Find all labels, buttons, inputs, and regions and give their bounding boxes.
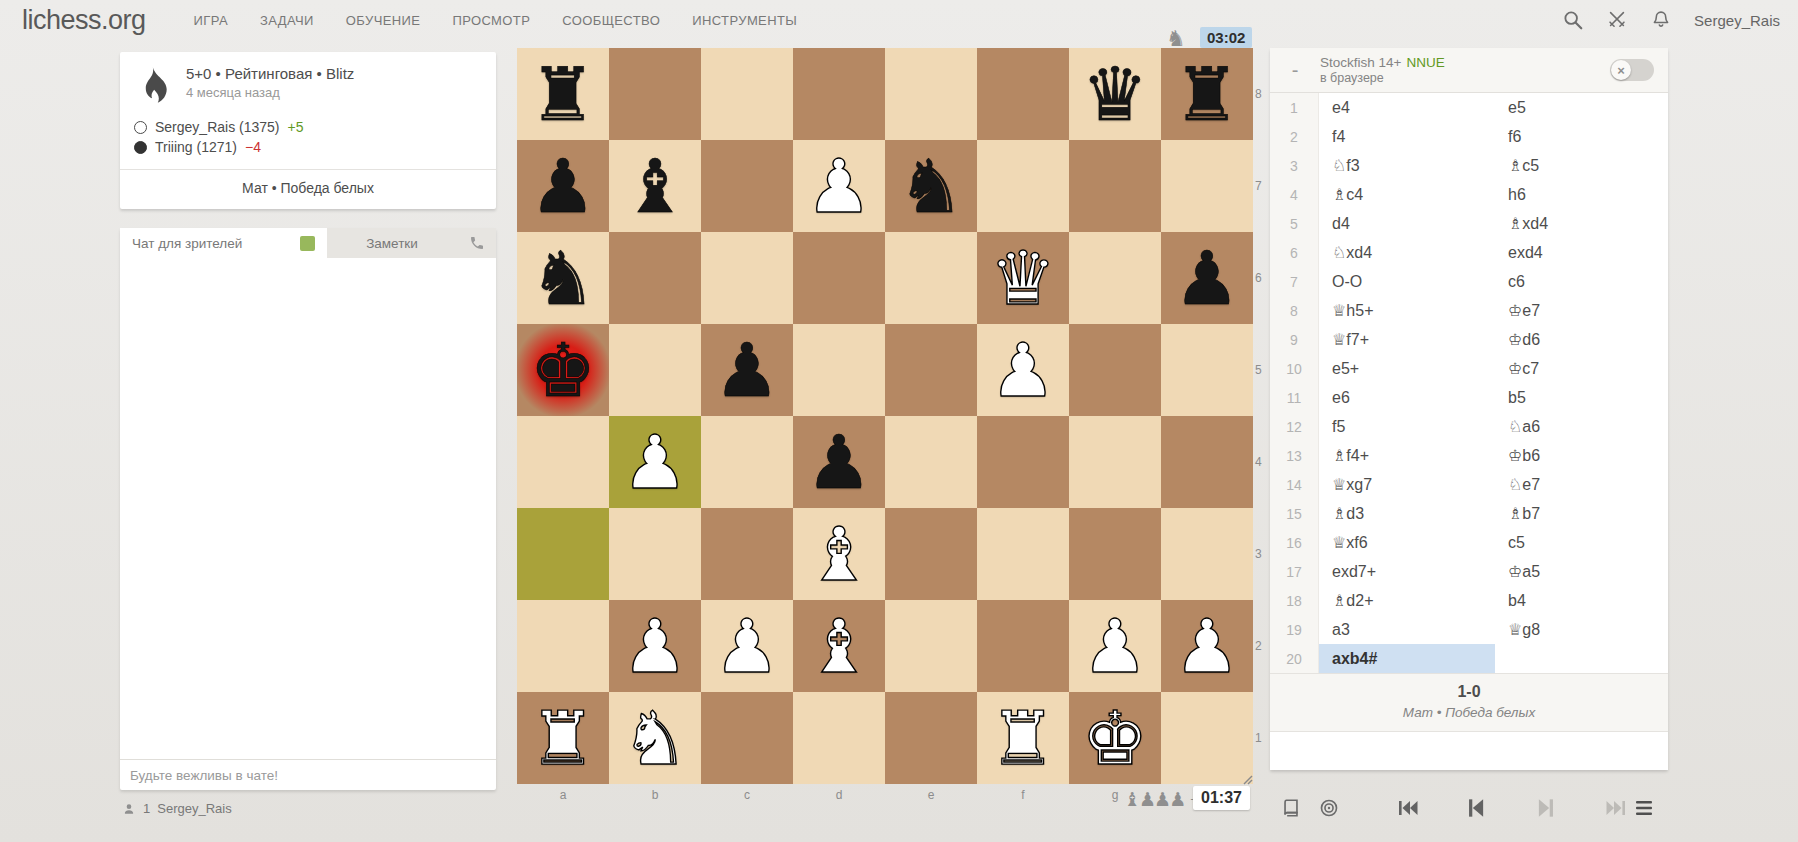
move-white-11[interactable]: e6 [1319, 383, 1495, 412]
move-number: 13 [1270, 441, 1319, 470]
square-f5[interactable]: ♟ [977, 324, 1069, 416]
square-b8[interactable] [609, 48, 701, 140]
previous-move-button[interactable] [1462, 795, 1488, 821]
black-pawn[interactable]: ♟ [701, 324, 793, 416]
move-black-9[interactable]: ♔d6 [1495, 325, 1668, 354]
file-label-d: d [793, 788, 885, 802]
white-pawn[interactable]: ♟ [1161, 600, 1253, 692]
tab-spectator-chat-label: Чат для зрителей [132, 236, 242, 251]
next-move-button[interactable] [1534, 795, 1560, 821]
move-row-3: 3♘f3♗c5 [1270, 151, 1668, 180]
white-rook[interactable]: ♜ [517, 692, 609, 784]
result-reason: Мат • Победа белых [1270, 705, 1668, 720]
move-white-3[interactable]: ♘f3 [1319, 151, 1495, 180]
menu-community[interactable]: СООБЩЕСТВО [562, 13, 660, 28]
white-player-name[interactable]: Sergey_Rais (1375) [155, 119, 280, 135]
captured-piece: ♝ [1124, 788, 1139, 810]
white-queen[interactable]: ♛ [977, 232, 1069, 324]
move-black-4[interactable]: h6 [1495, 180, 1668, 209]
square-e7[interactable]: ♞ [885, 140, 977, 232]
first-move-button[interactable] [1396, 796, 1420, 820]
move-white-9[interactable]: ♕f7+ [1319, 325, 1495, 354]
square-f6[interactable]: ♛ [977, 232, 1069, 324]
engine-toggle[interactable]: × [1610, 59, 1654, 81]
square-h8[interactable]: ♜ [1161, 48, 1253, 140]
white-bishop[interactable]: ♝ [793, 600, 885, 692]
move-white-6[interactable]: ♘xd4 [1319, 238, 1495, 267]
move-row-13: 13♗f4+♔b6 [1270, 441, 1668, 470]
square-b1[interactable]: ♞ [609, 692, 701, 784]
rank-label-7: 7 [1255, 140, 1262, 232]
move-row-12: 12f5♘a6 [1270, 412, 1668, 441]
square-e5[interactable] [885, 324, 977, 416]
black-king[interactable]: ♚ [517, 324, 609, 416]
black-pawn[interactable]: ♟ [1161, 232, 1253, 324]
square-c8[interactable] [701, 48, 793, 140]
captured-by-black: ♞ [1166, 26, 1186, 51]
square-d5[interactable] [793, 324, 885, 416]
square-c3[interactable] [701, 508, 793, 600]
square-h2[interactable]: ♟ [1161, 600, 1253, 692]
square-d8[interactable] [793, 48, 885, 140]
white-pawn[interactable]: ♟ [701, 600, 793, 692]
square-g1[interactable]: ♚ [1069, 692, 1161, 784]
black-color-icon [134, 141, 147, 154]
move-white-17[interactable]: exd7+ [1319, 557, 1495, 586]
chat-toggle-icon[interactable] [300, 236, 315, 251]
file-label-e: e [885, 788, 977, 802]
game-date[interactable]: 4 месяца назад [186, 85, 354, 100]
person-icon [122, 802, 136, 816]
square-d3[interactable]: ♝ [793, 508, 885, 600]
game-time-control: 5+0 • Рейтинговая • Blitz [186, 65, 354, 82]
engine-subtitle: в браузере [1320, 71, 1445, 85]
board-resize-handle[interactable] [1238, 770, 1253, 785]
move-black-12[interactable]: ♘a6 [1495, 412, 1668, 441]
move-row-11: 11e6b5 [1270, 383, 1668, 412]
black-queen[interactable]: ♛ [1069, 48, 1161, 140]
move-white-12[interactable]: f5 [1319, 412, 1495, 441]
move-white-15[interactable]: ♗d3 [1319, 499, 1495, 528]
opening-book-icon[interactable] [1280, 797, 1302, 819]
username-menu[interactable]: Sergey_Rais [1694, 12, 1780, 29]
rank-label-5: 5 [1255, 324, 1262, 416]
square-c2[interactable]: ♟ [701, 600, 793, 692]
file-label-c: c [701, 788, 793, 802]
black-player-row: Triiing (1271) −4 [134, 139, 480, 155]
captured-piece: ♟ [1154, 788, 1169, 810]
white-pawn[interactable]: ♟ [977, 324, 1069, 416]
square-a1[interactable]: ♜ [517, 692, 609, 784]
rank-label-4: 4 [1255, 416, 1262, 508]
square-d4[interactable]: ♟ [793, 416, 885, 508]
square-e2[interactable] [885, 600, 977, 692]
lichess-logo[interactable]: lichess.org [22, 5, 146, 36]
captured-piece: ♞ [1166, 26, 1186, 51]
square-b5[interactable] [609, 324, 701, 416]
square-a6[interactable]: ♞ [517, 232, 609, 324]
spectator-count: 1 [143, 801, 150, 816]
tab-spectator-chat[interactable]: Чат для зрителей [120, 228, 327, 258]
move-number: 5 [1270, 209, 1319, 238]
file-label-a: a [517, 788, 609, 802]
move-number: 3 [1270, 151, 1319, 180]
result-block: 1-0 Мат • Победа белых [1270, 673, 1668, 732]
tab-notes[interactable]: Заметки [327, 228, 457, 258]
square-h4[interactable] [1161, 416, 1253, 508]
game-info-card: 5+0 • Рейтинговая • Blitz 4 месяца назад… [120, 52, 496, 209]
square-f2[interactable] [977, 600, 1069, 692]
move-black-8[interactable]: ♔e7 [1495, 296, 1668, 325]
white-rook[interactable]: ♜ [977, 692, 1069, 784]
move-white-10[interactable]: e5+ [1319, 354, 1495, 383]
square-a5[interactable]: ♚ [517, 324, 609, 416]
top-navbar: lichess.org ИГРА ЗАДАЧИ ОБУЧЕНИЕ ПРОСМОТ… [0, 0, 1798, 40]
menu-puzzles[interactable]: ЗАДАЧИ [260, 13, 314, 28]
engine-collapse-button[interactable]: - [1270, 59, 1320, 82]
square-f7[interactable] [977, 140, 1069, 232]
white-color-icon [134, 121, 147, 134]
square-h3[interactable] [1161, 508, 1253, 600]
move-black-18[interactable]: b4 [1495, 586, 1668, 615]
move-number: 18 [1270, 586, 1319, 615]
white-clock: 01:37 [1193, 786, 1250, 810]
move-number: 9 [1270, 325, 1319, 354]
move-black-16[interactable]: c5 [1495, 528, 1668, 557]
captured-piece: ♟ [1169, 788, 1184, 810]
move-number: 10 [1270, 354, 1319, 383]
move-black-2[interactable]: f6 [1495, 122, 1668, 151]
square-g2[interactable]: ♟ [1069, 600, 1161, 692]
move-number: 2 [1270, 122, 1319, 151]
white-pawn[interactable]: ♟ [609, 600, 701, 692]
square-c7[interactable] [701, 140, 793, 232]
menu-tools[interactable]: ИНСТРУМЕНТЫ [692, 13, 797, 28]
tab-notes-label: Заметки [366, 236, 418, 251]
move-number: 1 [1270, 93, 1319, 122]
square-e4[interactable] [885, 416, 977, 508]
square-c4[interactable] [701, 416, 793, 508]
move-black-5[interactable]: ♗xd4 [1495, 209, 1668, 238]
move-number: 7 [1270, 267, 1319, 296]
move-number: 8 [1270, 296, 1319, 325]
move-black-15[interactable]: ♗b7 [1495, 499, 1668, 528]
black-knight[interactable]: ♞ [885, 140, 977, 232]
square-h6[interactable]: ♟ [1161, 232, 1253, 324]
square-f8[interactable] [977, 48, 1069, 140]
square-d6[interactable] [793, 232, 885, 324]
move-number: 11 [1270, 383, 1319, 412]
square-b4[interactable]: ♟ [609, 416, 701, 508]
square-h5[interactable] [1161, 324, 1253, 416]
chat-input[interactable] [120, 768, 496, 783]
rank-label-6: 6 [1255, 232, 1262, 324]
square-e6[interactable] [885, 232, 977, 324]
square-f4[interactable] [977, 416, 1069, 508]
move-white-5[interactable]: d4 [1319, 209, 1495, 238]
white-player-row: Sergey_Rais (1375) +5 [134, 119, 480, 135]
menu-play[interactable]: ИГРА [194, 13, 228, 28]
chat-panel: Чат для зрителей Заметки [120, 228, 496, 790]
phone-icon [469, 235, 485, 251]
square-g3[interactable] [1069, 508, 1161, 600]
main-menu: ИГРА ЗАДАЧИ ОБУЧЕНИЕ ПРОСМОТР СООБЩЕСТВО… [194, 13, 798, 28]
bell-icon[interactable] [1650, 9, 1672, 31]
move-row-14: 14♕xg7♘e7 [1270, 470, 1668, 499]
move-number: 6 [1270, 238, 1319, 267]
white-bishop[interactable]: ♝ [793, 508, 885, 600]
square-b6[interactable] [609, 232, 701, 324]
square-b2[interactable]: ♟ [609, 600, 701, 692]
move-row-10: 10e5+♔c7 [1270, 354, 1668, 383]
move-row-16: 16♕xf6c5 [1270, 528, 1668, 557]
move-white-8[interactable]: ♕h5+ [1319, 296, 1495, 325]
black-rating-delta: −4 [245, 139, 261, 155]
move-number: 12 [1270, 412, 1319, 441]
move-white-13[interactable]: ♗f4+ [1319, 441, 1495, 470]
black-rook[interactable]: ♜ [1161, 48, 1253, 140]
navbar-right: Sergey_Rais [1562, 9, 1780, 31]
move-row-20: 20axb4# [1270, 644, 1668, 673]
engine-header: - Stockfish 14+NNUE в браузере × [1270, 48, 1668, 93]
white-rating-delta: +5 [288, 119, 304, 135]
square-f1[interactable]: ♜ [977, 692, 1069, 784]
move-black-11[interactable]: b5 [1495, 383, 1668, 412]
square-g4[interactable] [1069, 416, 1161, 508]
move-black-19[interactable]: ♕g8 [1495, 615, 1668, 644]
black-pawn[interactable]: ♟ [517, 140, 609, 232]
move-row-18: 18♗d2+b4 [1270, 586, 1668, 615]
menu-icon[interactable] [1632, 796, 1656, 820]
white-pawn[interactable]: ♟ [1069, 600, 1161, 692]
move-black-3[interactable]: ♗c5 [1495, 151, 1668, 180]
square-a3[interactable] [517, 508, 609, 600]
tab-phone[interactable] [457, 228, 496, 258]
black-knight[interactable]: ♞ [517, 232, 609, 324]
move-row-9: 9♕f7+♔d6 [1270, 325, 1668, 354]
search-icon[interactable] [1562, 9, 1584, 31]
move-row-7: 7O-Oc6 [1270, 267, 1668, 296]
move-number: 17 [1270, 557, 1319, 586]
move-list: 1e4e52f4f63♘f3♗c54♗c4h65d4♗xd46♘xd4exd47… [1270, 93, 1668, 673]
square-c1[interactable] [701, 692, 793, 784]
move-white-14[interactable]: ♕xg7 [1319, 470, 1495, 499]
square-g8[interactable]: ♛ [1069, 48, 1161, 140]
white-king[interactable]: ♚ [1069, 692, 1161, 784]
move-number: 14 [1270, 470, 1319, 499]
move-number: 19 [1270, 615, 1319, 644]
analysis-toolbar [1270, 790, 1668, 826]
rank-label-8: 8 [1255, 48, 1262, 140]
engine-toggle-knob: × [1611, 60, 1631, 80]
move-row-8: 8♕h5+♔e7 [1270, 296, 1668, 325]
square-c6[interactable] [701, 232, 793, 324]
square-d2[interactable]: ♝ [793, 600, 885, 692]
move-row-6: 6♘xd4exd4 [1270, 238, 1668, 267]
square-g6[interactable] [1069, 232, 1161, 324]
engine-nnue-badge: NNUE [1406, 55, 1444, 70]
file-label-f: f [977, 788, 1069, 802]
move-black-17[interactable]: ♔a5 [1495, 557, 1668, 586]
black-rook[interactable]: ♜ [517, 48, 609, 140]
move-row-19: 19a3♕g8 [1270, 615, 1668, 644]
chat-messages [120, 258, 496, 759]
move-black-20[interactable] [1495, 644, 1668, 673]
black-clock: 03:02 [1200, 27, 1252, 48]
move-row-15: 15♗d3♗b7 [1270, 499, 1668, 528]
square-e3[interactable] [885, 508, 977, 600]
square-g7[interactable] [1069, 140, 1161, 232]
engine-name: Stockfish 14+ [1320, 55, 1401, 70]
chess-board: ♜♛♜♟♝♟♞♞♛♟♚♟♟♟♟♝♟♟♝♟♟♜♞♜♚ [517, 48, 1253, 784]
rank-label-1: 1 [1255, 692, 1262, 784]
move-white-2[interactable]: f4 [1319, 122, 1495, 151]
square-c5[interactable]: ♟ [701, 324, 793, 416]
square-a7[interactable]: ♟ [517, 140, 609, 232]
last-move-button[interactable] [1604, 796, 1628, 820]
blitz-flame-icon [138, 65, 172, 109]
captured-piece: ♟ [1139, 788, 1154, 810]
black-pawn[interactable]: ♟ [793, 416, 885, 508]
black-bishop[interactable]: ♝ [609, 140, 701, 232]
square-e8[interactable] [885, 48, 977, 140]
move-white-20[interactable]: axb4# [1319, 644, 1495, 673]
rank-label-2: 2 [1255, 600, 1262, 692]
square-d1[interactable] [793, 692, 885, 784]
move-row-4: 4♗c4h6 [1270, 180, 1668, 209]
move-number: 20 [1270, 644, 1319, 673]
move-white-19[interactable]: a3 [1319, 615, 1495, 644]
spectator-list: 1 Sergey_Rais [122, 801, 232, 816]
move-row-2: 2f4f6 [1270, 122, 1668, 151]
move-number: 4 [1270, 180, 1319, 209]
move-number: 16 [1270, 528, 1319, 557]
move-black-1[interactable]: e5 [1495, 93, 1668, 122]
square-b3[interactable] [609, 508, 701, 600]
move-black-6[interactable]: exd4 [1495, 238, 1668, 267]
square-d7[interactable]: ♟ [793, 140, 885, 232]
file-label-b: b [609, 788, 701, 802]
square-f3[interactable] [977, 508, 1069, 600]
menu-watch[interactable]: ПРОСМОТР [452, 13, 530, 28]
move-row-5: 5d4♗xd4 [1270, 209, 1668, 238]
lichess-game-page: lichess.org ИГРА ЗАДАЧИ ОБУЧЕНИЕ ПРОСМОТ… [0, 0, 1798, 842]
white-knight[interactable]: ♞ [609, 692, 701, 784]
game-status-text: Мат • Победа белых [120, 170, 496, 209]
square-e1[interactable] [885, 692, 977, 784]
move-black-13[interactable]: ♔b6 [1495, 441, 1668, 470]
rank-coordinates: 87654321 [1255, 48, 1262, 784]
move-row-1: 1e4e5 [1270, 93, 1668, 122]
black-player-name[interactable]: Triiing (1271) [155, 139, 237, 155]
square-a4[interactable] [517, 416, 609, 508]
menu-learn[interactable]: ОБУЧЕНИЕ [346, 13, 421, 28]
spectator-name[interactable]: Sergey_Rais [157, 801, 231, 816]
crossed-swords-icon[interactable] [1606, 9, 1628, 31]
move-white-7[interactable]: O-O [1319, 267, 1495, 296]
move-black-14[interactable]: ♘e7 [1495, 470, 1668, 499]
square-a2[interactable] [517, 600, 609, 692]
move-white-16[interactable]: ♕xf6 [1319, 528, 1495, 557]
move-white-18[interactable]: ♗d2+ [1319, 586, 1495, 615]
result-score: 1-0 [1270, 683, 1668, 701]
white-pawn[interactable]: ♟ [793, 140, 885, 232]
square-b7[interactable]: ♝ [609, 140, 701, 232]
move-white-1[interactable]: e4 [1319, 93, 1495, 122]
analysis-panel: - Stockfish 14+NNUE в браузере × 1e4e52f… [1270, 48, 1668, 770]
move-white-4[interactable]: ♗c4 [1319, 180, 1495, 209]
move-row-17: 17exd7+♔a5 [1270, 557, 1668, 586]
square-h7[interactable] [1161, 140, 1253, 232]
move-number: 15 [1270, 499, 1319, 528]
square-a8[interactable]: ♜ [517, 48, 609, 140]
analysis-target-icon[interactable] [1318, 797, 1340, 819]
move-black-10[interactable]: ♔c7 [1495, 354, 1668, 383]
square-g5[interactable] [1069, 324, 1161, 416]
rank-label-3: 3 [1255, 508, 1262, 600]
white-pawn[interactable]: ♟ [609, 416, 701, 508]
move-black-7[interactable]: c6 [1495, 267, 1668, 296]
